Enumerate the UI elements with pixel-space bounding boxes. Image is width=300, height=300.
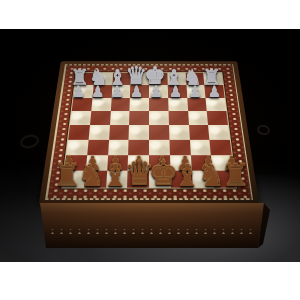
board-square: [206, 98, 227, 111]
board-square: [149, 111, 169, 125]
board-square: [211, 155, 234, 171]
board-square: [64, 155, 87, 171]
board-square: [85, 155, 107, 171]
board-square: [130, 98, 149, 111]
board-square: [129, 125, 149, 140]
board-square: [75, 73, 95, 85]
product-photo: ♜♞♝♛♚♝♞♜♟♟♟♟♟♟♟♟♟♟♟♟♟♟♟♟♜♞♝♛♚♝♞♜: [0, 0, 300, 300]
board-square: [213, 171, 236, 188]
board-square: [130, 85, 149, 98]
board-square: [189, 140, 211, 155]
board-square: [90, 111, 111, 125]
board-square: [127, 171, 149, 188]
board-square: [66, 140, 88, 155]
box-handle-right: [256, 124, 271, 136]
board-square: [191, 171, 214, 188]
board-square: [207, 111, 228, 125]
board-square: [169, 125, 190, 140]
board-square: [170, 171, 192, 188]
board-playfield: [61, 72, 237, 188]
board-square: [189, 125, 210, 140]
board-square: [168, 85, 187, 98]
board-square: [149, 155, 170, 171]
board-square: [91, 98, 111, 111]
board-square: [93, 73, 112, 85]
board-square: [203, 73, 223, 85]
board-square: [168, 111, 188, 125]
board-square: [208, 125, 230, 140]
board-square: [186, 85, 206, 98]
board-square: [73, 85, 93, 98]
board-square: [149, 125, 169, 140]
board-square: [88, 125, 109, 140]
board-square: [167, 73, 186, 85]
board-square: [110, 98, 130, 111]
board-square: [187, 98, 207, 111]
board-square: [149, 85, 168, 98]
board-border-band: [48, 65, 251, 198]
board-square: [149, 171, 171, 188]
board-square: [68, 125, 90, 140]
board-square: [92, 85, 112, 98]
table-surface: [0, 216, 300, 262]
board-square: [110, 111, 130, 125]
board-square: [170, 155, 192, 171]
board-square: [205, 85, 225, 98]
board-square: [129, 111, 149, 125]
board-square: [149, 73, 168, 85]
board-square: [112, 73, 131, 85]
board-square: [72, 98, 93, 111]
chess-board: [39, 61, 260, 204]
board-square: [190, 155, 212, 171]
board-square: [149, 140, 170, 155]
board-square: [128, 140, 149, 155]
board-frame: [39, 61, 260, 204]
board-square: [111, 85, 130, 98]
board-square: [128, 155, 149, 171]
board-square: [168, 98, 188, 111]
photo-area: ♜♞♝♛♚♝♞♜♟♟♟♟♟♟♟♟♟♟♟♟♟♟♟♟♜♞♝♛♚♝♞♜: [0, 29, 300, 262]
box-handle-left: [19, 133, 41, 150]
board-square: [149, 98, 168, 111]
board-square: [107, 155, 129, 171]
box-inlay-dots: [46, 229, 258, 234]
board-squares: [62, 73, 236, 188]
board-square: [70, 111, 91, 125]
board-square: [109, 125, 130, 140]
board-square: [62, 171, 85, 188]
board-square: [169, 140, 190, 155]
board-square: [188, 111, 209, 125]
board-square: [210, 140, 232, 155]
board-square: [84, 171, 107, 188]
board-inlay-strip: [45, 64, 253, 200]
board-square: [130, 73, 149, 85]
board-square: [106, 171, 128, 188]
board-square: [108, 140, 129, 155]
board-square: [87, 140, 109, 155]
board-square: [185, 73, 204, 85]
